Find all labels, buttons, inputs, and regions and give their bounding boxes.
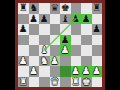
square-g3[interactable] [81,56,92,67]
square-b7[interactable]: ♟ [29,14,40,25]
white-bishop-icon: ♝ [40,45,49,56]
square-h4[interactable] [92,45,103,56]
black-queen-icon: ♛ [50,3,59,14]
chess-board: ♜♞♛♚♜♟♟♝♟♟♟♟♟♝♟♟♞♟♟♟♟♟♜♛♜♚ [18,3,102,87]
square-d4[interactable] [50,45,61,56]
white-pawn-icon: ♟ [71,66,80,77]
white-pawn-icon: ♟ [92,66,101,77]
square-h2[interactable]: ♟ [92,66,103,77]
white-pawn-icon: ♟ [50,56,59,67]
white-pawn-icon: ♟ [61,45,70,56]
screenshot-stage: ♜♞♛♚♜♟♟♝♟♟♟♟♟♝♟♟♞♟♟♟♟♟♜♛♜♚ [0,0,120,90]
square-f5[interactable] [71,35,82,46]
black-pawn-icon: ♟ [40,14,49,25]
square-c3[interactable]: ♞ [39,56,50,67]
square-f4[interactable] [71,45,82,56]
square-b8[interactable]: ♞ [29,3,40,14]
square-d3[interactable]: ♟ [50,56,61,67]
square-a7[interactable] [18,14,29,25]
square-c6[interactable] [39,24,50,35]
square-c4[interactable]: ♝ [39,45,50,56]
square-e6[interactable] [60,24,71,35]
black-rook-icon: ♜ [92,3,101,14]
white-rook-icon: ♜ [19,77,28,88]
square-h6[interactable]: ♟ [92,24,103,35]
white-queen-icon: ♛ [50,77,59,88]
square-a4[interactable] [18,45,29,56]
black-bishop-icon: ♝ [61,14,70,25]
black-king-icon: ♚ [61,3,70,14]
black-rook-icon: ♜ [19,3,28,14]
square-g2[interactable]: ♟ [81,66,92,77]
white-king-icon: ♚ [82,77,91,88]
right-letterbox-bar [105,0,120,90]
board-frame: ♜♞♛♚♜♟♟♝♟♟♟♟♟♝♟♟♞♟♟♟♟♟♜♛♜♚ [15,0,105,90]
square-e1[interactable] [60,77,71,88]
square-d2[interactable] [50,66,61,77]
black-pawn-icon: ♟ [71,14,80,25]
square-a8[interactable]: ♜ [18,3,29,14]
black-pawn-icon: ♟ [82,14,91,25]
square-f1[interactable]: ♜ [71,77,82,88]
square-c2[interactable] [39,66,50,77]
square-e5[interactable]: ♟ [60,35,71,46]
square-h5[interactable] [92,35,103,46]
square-b4[interactable] [29,45,40,56]
square-h8[interactable]: ♜ [92,3,103,14]
square-h3[interactable] [92,56,103,67]
square-e2[interactable] [60,66,71,77]
square-a5[interactable] [18,35,29,46]
white-pawn-icon: ♟ [29,66,38,77]
square-d7[interactable] [50,14,61,25]
white-pawn-icon: ♟ [82,66,91,77]
white-pawn-icon: ♟ [19,56,28,67]
square-e4[interactable]: ♟ [60,45,71,56]
white-rook-icon: ♜ [71,77,80,88]
square-c7[interactable]: ♟ [39,14,50,25]
square-g7[interactable]: ♟ [81,14,92,25]
white-knight-icon: ♞ [40,56,49,67]
square-f2[interactable]: ♟ [71,66,82,77]
square-h7[interactable] [92,14,103,25]
left-letterbox-bar [0,0,15,90]
square-h1[interactable] [92,77,103,88]
square-b5[interactable] [29,35,40,46]
square-a3[interactable]: ♟ [18,56,29,67]
square-c8[interactable] [39,3,50,14]
square-e3[interactable] [60,56,71,67]
square-b1[interactable] [29,77,40,88]
square-f3[interactable] [71,56,82,67]
square-b6[interactable] [29,24,40,35]
square-g1[interactable]: ♚ [81,77,92,88]
black-pawn-icon: ♟ [29,14,38,25]
square-d1[interactable]: ♛ [50,77,61,88]
square-c1[interactable] [39,77,50,88]
square-a2[interactable] [18,66,29,77]
square-f6[interactable] [71,24,82,35]
square-g5[interactable] [81,35,92,46]
square-g4[interactable] [81,45,92,56]
square-g8[interactable] [81,3,92,14]
square-a6[interactable]: ♟ [18,24,29,35]
square-e8[interactable]: ♚ [60,3,71,14]
square-e7[interactable]: ♝ [60,14,71,25]
square-g6[interactable] [81,24,92,35]
square-c5[interactable] [39,35,50,46]
square-b3[interactable] [29,56,40,67]
square-f8[interactable] [71,3,82,14]
square-d8[interactable]: ♛ [50,3,61,14]
square-a1[interactable]: ♜ [18,77,29,88]
black-pawn-icon: ♟ [19,24,28,35]
square-f7[interactable]: ♟ [71,14,82,25]
black-pawn-icon: ♟ [61,35,70,46]
black-knight-icon: ♞ [29,3,38,14]
square-d6[interactable] [50,24,61,35]
square-d5[interactable] [50,35,61,46]
square-b2[interactable]: ♟ [29,66,40,77]
black-pawn-icon: ♟ [92,24,101,35]
